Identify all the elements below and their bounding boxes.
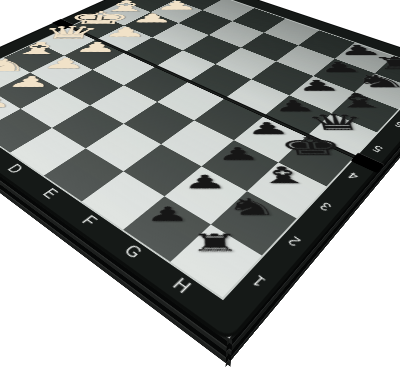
- white-pawn-b7[interactable]: ♟: [154, 0, 200, 12]
- white-pawn-b5[interactable]: ♟: [101, 26, 148, 39]
- white-pawn-b3[interactable]: ♟: [40, 57, 90, 71]
- white-pawn-b6[interactable]: ♟: [129, 12, 175, 24]
- white-pawn-b4[interactable]: ♟: [72, 40, 121, 54]
- chess-board: ABCDEFGH 12345678 ♜♞♝♚♛♝♞♜♟♟♟♟♟♟♟♟♟♟♟♟♟♟…: [0, 0, 400, 339]
- photo-backdrop: ABCDEFGH 12345678 ♜♞♝♚♛♝♞♜♟♟♟♟♟♟♟♟♟♟♟♟♟♟…: [0, 0, 400, 382]
